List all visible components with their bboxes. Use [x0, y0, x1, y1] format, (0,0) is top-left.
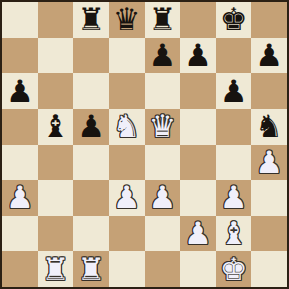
square-c4[interactable]: [73, 145, 109, 181]
square-d2[interactable]: [109, 216, 145, 252]
square-g3[interactable]: ♟: [216, 180, 252, 216]
square-e3[interactable]: ♟: [145, 180, 181, 216]
square-a3[interactable]: ♟: [2, 180, 38, 216]
square-c3[interactable]: [73, 180, 109, 216]
piece-white-pawn: ♟: [113, 182, 141, 213]
square-e1[interactable]: [145, 251, 181, 287]
square-b4[interactable]: [38, 145, 74, 181]
piece-white-pawn: ♟: [255, 147, 283, 178]
piece-black-queen: ♛: [113, 4, 141, 35]
piece-white-pawn: ♟: [148, 182, 176, 213]
square-f6[interactable]: [180, 73, 216, 109]
square-f1[interactable]: [180, 251, 216, 287]
square-g1[interactable]: ♚: [216, 251, 252, 287]
square-f8[interactable]: [180, 2, 216, 38]
square-h4[interactable]: ♟: [251, 145, 287, 181]
square-e2[interactable]: [145, 216, 181, 252]
square-h6[interactable]: [251, 73, 287, 109]
square-a4[interactable]: [2, 145, 38, 181]
square-h7[interactable]: ♟: [251, 38, 287, 74]
square-e7[interactable]: ♟: [145, 38, 181, 74]
square-f2[interactable]: ♟: [180, 216, 216, 252]
square-h8[interactable]: [251, 2, 287, 38]
square-e8[interactable]: ♜: [145, 2, 181, 38]
piece-white-knight: ♞: [113, 111, 141, 142]
square-a7[interactable]: [2, 38, 38, 74]
piece-white-pawn: ♟: [220, 182, 248, 213]
square-g6[interactable]: ♟: [216, 73, 252, 109]
square-b6[interactable]: [38, 73, 74, 109]
square-h5[interactable]: ♞: [251, 109, 287, 145]
piece-black-pawn: ♟: [220, 76, 248, 107]
square-f7[interactable]: ♟: [180, 38, 216, 74]
square-b7[interactable]: [38, 38, 74, 74]
square-g2[interactable]: ♝: [216, 216, 252, 252]
square-b5[interactable]: ♝: [38, 109, 74, 145]
square-c8[interactable]: ♜: [73, 2, 109, 38]
piece-black-rook: ♜: [77, 4, 105, 35]
piece-white-pawn: ♟: [6, 182, 34, 213]
square-d1[interactable]: [109, 251, 145, 287]
piece-white-rook: ♜: [77, 254, 105, 285]
square-c5[interactable]: ♟: [73, 109, 109, 145]
square-c1[interactable]: ♜: [73, 251, 109, 287]
square-g7[interactable]: [216, 38, 252, 74]
square-e6[interactable]: [145, 73, 181, 109]
square-a8[interactable]: [2, 2, 38, 38]
square-g5[interactable]: [216, 109, 252, 145]
square-g8[interactable]: ♚: [216, 2, 252, 38]
piece-white-king: ♚: [220, 254, 248, 285]
square-h3[interactable]: [251, 180, 287, 216]
chess-board-container: ♜♛♜♚♟♟♟♟♟♝♟♞♛♞♟♟♟♟♟♟♝♜♜♚: [0, 0, 289, 289]
piece-black-pawn: ♟: [184, 40, 212, 71]
square-d5[interactable]: ♞: [109, 109, 145, 145]
square-d8[interactable]: ♛: [109, 2, 145, 38]
square-h2[interactable]: [251, 216, 287, 252]
square-b3[interactable]: [38, 180, 74, 216]
piece-black-pawn: ♟: [255, 40, 283, 71]
square-f3[interactable]: [180, 180, 216, 216]
piece-black-pawn: ♟: [77, 111, 105, 142]
square-e4[interactable]: [145, 145, 181, 181]
square-a6[interactable]: ♟: [2, 73, 38, 109]
piece-black-bishop: ♝: [42, 111, 70, 142]
square-b8[interactable]: [38, 2, 74, 38]
square-b2[interactable]: [38, 216, 74, 252]
piece-black-knight: ♞: [255, 111, 283, 142]
piece-black-pawn: ♟: [6, 76, 34, 107]
piece-white-pawn: ♟: [184, 218, 212, 249]
square-c2[interactable]: [73, 216, 109, 252]
piece-black-pawn: ♟: [148, 40, 176, 71]
chess-board: ♜♛♜♚♟♟♟♟♟♝♟♞♛♞♟♟♟♟♟♟♝♜♜♚: [0, 0, 289, 289]
piece-white-rook: ♜: [42, 254, 70, 285]
piece-white-queen: ♛: [148, 111, 176, 142]
piece-black-rook: ♜: [148, 4, 176, 35]
square-c6[interactable]: [73, 73, 109, 109]
square-a5[interactable]: [2, 109, 38, 145]
square-a2[interactable]: [2, 216, 38, 252]
piece-black-king: ♚: [220, 4, 248, 35]
square-h1[interactable]: [251, 251, 287, 287]
square-d6[interactable]: [109, 73, 145, 109]
square-g4[interactable]: [216, 145, 252, 181]
square-b1[interactable]: ♜: [38, 251, 74, 287]
square-e5[interactable]: ♛: [145, 109, 181, 145]
square-a1[interactable]: [2, 251, 38, 287]
piece-white-bishop: ♝: [220, 218, 248, 249]
square-f4[interactable]: [180, 145, 216, 181]
square-d7[interactable]: [109, 38, 145, 74]
square-d4[interactable]: [109, 145, 145, 181]
square-d3[interactable]: ♟: [109, 180, 145, 216]
square-f5[interactable]: [180, 109, 216, 145]
square-c7[interactable]: [73, 38, 109, 74]
